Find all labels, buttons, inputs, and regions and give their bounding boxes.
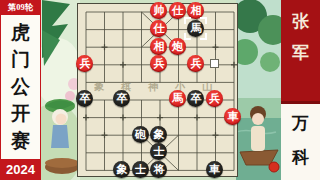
event-banner: 第09轮 虎 门 公 开 赛 2024	[0, 0, 41, 180]
piece-black-卒[interactable]: 卒	[113, 90, 130, 107]
piece-black-士[interactable]: 士	[132, 161, 149, 178]
piece-black-士[interactable]: 士	[150, 143, 167, 160]
piece-red-相[interactable]: 相	[150, 38, 167, 55]
piece-red-馬[interactable]: 馬	[169, 90, 186, 107]
round-badge: 第09轮	[1, 1, 40, 15]
piece-black-将[interactable]: 将	[150, 161, 167, 178]
piece-black-卒[interactable]: 卒	[187, 90, 204, 107]
player-bottom-char: 万	[292, 115, 309, 132]
event-char: 虎	[11, 23, 30, 42]
piece-black-象[interactable]: 象	[150, 126, 167, 143]
piece-grid: 帅仕相仕馬相炮兵兵兵卒卒馬卒兵車砲象士象士将車	[76, 2, 243, 178]
year-badge: 2024	[1, 159, 40, 179]
player-top-char: 张	[292, 13, 309, 30]
player-bottom-char: 科	[292, 149, 309, 166]
player-bottom-name: 万 科	[281, 104, 320, 180]
event-char: 开	[11, 104, 30, 123]
piece-red-仕[interactable]: 仕	[150, 20, 167, 37]
piece-red-車[interactable]: 車	[224, 108, 241, 125]
piece-black-象[interactable]: 象	[113, 161, 130, 178]
piece-red-兵[interactable]: 兵	[187, 55, 204, 72]
piece-red-兵[interactable]: 兵	[206, 90, 223, 107]
player-top-char: 军	[292, 44, 309, 61]
thumbnail-root: 象棋神小山 帅仕相仕馬相炮兵兵兵卒卒馬卒兵車砲象士象士将車 第09轮 虎 门 公…	[0, 0, 320, 180]
piece-black-車[interactable]: 車	[206, 161, 223, 178]
player-top-name: 张 军	[281, 0, 320, 104]
piece-red-兵[interactable]: 兵	[150, 55, 167, 72]
event-title-vertical: 虎 门 公 开 赛	[1, 15, 40, 158]
piece-red-炮[interactable]: 炮	[169, 38, 186, 55]
piece-red-仕[interactable]: 仕	[169, 2, 186, 19]
event-char: 赛	[11, 131, 30, 150]
piece-black-砲[interactable]: 砲	[132, 126, 149, 143]
piece-red-帅[interactable]: 帅	[150, 2, 167, 19]
piece-black-卒[interactable]: 卒	[76, 90, 93, 107]
last-move-from-marker	[210, 59, 219, 68]
event-char: 公	[11, 77, 30, 96]
players-banner: 张 军 万 科	[281, 0, 320, 180]
event-char: 门	[11, 50, 30, 69]
piece-red-兵[interactable]: 兵	[76, 55, 93, 72]
piece-black-馬[interactable]: 馬	[187, 20, 204, 37]
